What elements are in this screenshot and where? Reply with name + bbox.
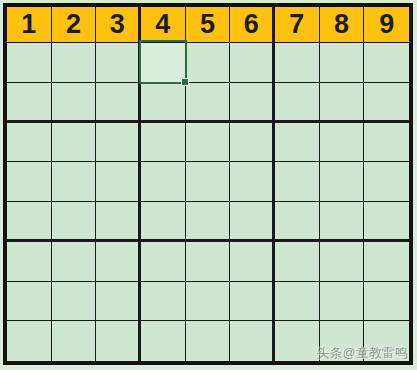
cell-r9c3[interactable] [96, 321, 141, 361]
cell-r3c6[interactable] [230, 83, 275, 123]
cell-r5c7[interactable] [275, 162, 320, 202]
cell-r5c2[interactable] [52, 162, 97, 202]
cell-r4c6[interactable] [230, 123, 275, 163]
header-cell-4[interactable]: 4 [141, 7, 186, 43]
cell-r5c5[interactable] [186, 162, 231, 202]
cell-r8c5[interactable] [186, 282, 231, 322]
cell-r4c9[interactable] [364, 123, 409, 163]
cell-r9c7[interactable] [275, 321, 320, 361]
cell-r7c9[interactable] [364, 242, 409, 282]
cell-r4c2[interactable] [52, 123, 97, 163]
cell-r5c4[interactable] [141, 162, 186, 202]
cell-r4c5[interactable] [186, 123, 231, 163]
cell-r8c4[interactable] [141, 282, 186, 322]
cell-r7c3[interactable] [96, 242, 141, 282]
cell-r3c7[interactable] [275, 83, 320, 123]
cell-r5c1[interactable] [7, 162, 52, 202]
cell-r7c8[interactable] [320, 242, 365, 282]
cell-r6c4[interactable] [141, 202, 186, 242]
cell-r2c6[interactable] [230, 43, 275, 83]
header-cell-9[interactable]: 9 [364, 7, 409, 43]
cell-r4c3[interactable] [96, 123, 141, 163]
cell-r9c8[interactable] [320, 321, 365, 361]
cell-r5c3[interactable] [96, 162, 141, 202]
fill-handle[interactable] [181, 78, 189, 86]
cell-r5c8[interactable] [320, 162, 365, 202]
cell-r3c8[interactable] [320, 83, 365, 123]
cell-r4c8[interactable] [320, 123, 365, 163]
cell-r8c6[interactable] [230, 282, 275, 322]
cell-r4c1[interactable] [7, 123, 52, 163]
header-cell-5[interactable]: 5 [186, 7, 231, 43]
cell-r7c7[interactable] [275, 242, 320, 282]
header-cell-7[interactable]: 7 [275, 7, 320, 43]
cell-r2c9[interactable] [364, 43, 409, 83]
header-cell-6[interactable]: 6 [230, 7, 275, 43]
cell-r9c1[interactable] [7, 321, 52, 361]
sudoku-board: 123456789 [3, 3, 413, 365]
header-cell-3[interactable]: 3 [96, 7, 141, 43]
cell-r6c6[interactable] [230, 202, 275, 242]
cell-r8c2[interactable] [52, 282, 97, 322]
cell-r7c1[interactable] [7, 242, 52, 282]
cell-r6c2[interactable] [52, 202, 97, 242]
cell-r8c8[interactable] [320, 282, 365, 322]
cell-r3c4[interactable] [141, 83, 186, 123]
header-cell-2[interactable]: 2 [52, 7, 97, 43]
cell-r7c5[interactable] [186, 242, 231, 282]
cell-r4c7[interactable] [275, 123, 320, 163]
cell-r6c9[interactable] [364, 202, 409, 242]
cell-r3c5[interactable] [186, 83, 231, 123]
cell-r5c6[interactable] [230, 162, 275, 202]
cell-r8c3[interactable] [96, 282, 141, 322]
cell-r8c7[interactable] [275, 282, 320, 322]
cell-r6c5[interactable] [186, 202, 231, 242]
cell-r7c6[interactable] [230, 242, 275, 282]
cell-r3c9[interactable] [364, 83, 409, 123]
cell-r2c4[interactable] [141, 43, 186, 83]
cell-r9c6[interactable] [230, 321, 275, 361]
cell-r4c4[interactable] [141, 123, 186, 163]
cell-r6c7[interactable] [275, 202, 320, 242]
cell-r7c4[interactable] [141, 242, 186, 282]
cell-r6c1[interactable] [7, 202, 52, 242]
cell-r5c9[interactable] [364, 162, 409, 202]
cell-r6c3[interactable] [96, 202, 141, 242]
cell-r9c5[interactable] [186, 321, 231, 361]
cell-r3c1[interactable] [7, 83, 52, 123]
cell-r8c9[interactable] [364, 282, 409, 322]
cell-r2c1[interactable] [7, 43, 52, 83]
cell-r2c2[interactable] [52, 43, 97, 83]
cell-r7c2[interactable] [52, 242, 97, 282]
cell-r2c5[interactable] [186, 43, 231, 83]
cell-r8c1[interactable] [7, 282, 52, 322]
cell-r2c8[interactable] [320, 43, 365, 83]
cell-r9c9[interactable] [364, 321, 409, 361]
header-cell-1[interactable]: 1 [7, 7, 52, 43]
cell-r3c2[interactable] [52, 83, 97, 123]
cell-r9c2[interactable] [52, 321, 97, 361]
cell-r3c3[interactable] [96, 83, 141, 123]
cell-r2c7[interactable] [275, 43, 320, 83]
cell-r6c8[interactable] [320, 202, 365, 242]
cell-r9c4[interactable] [141, 321, 186, 361]
header-cell-8[interactable]: 8 [320, 7, 365, 43]
cell-r2c3[interactable] [96, 43, 141, 83]
